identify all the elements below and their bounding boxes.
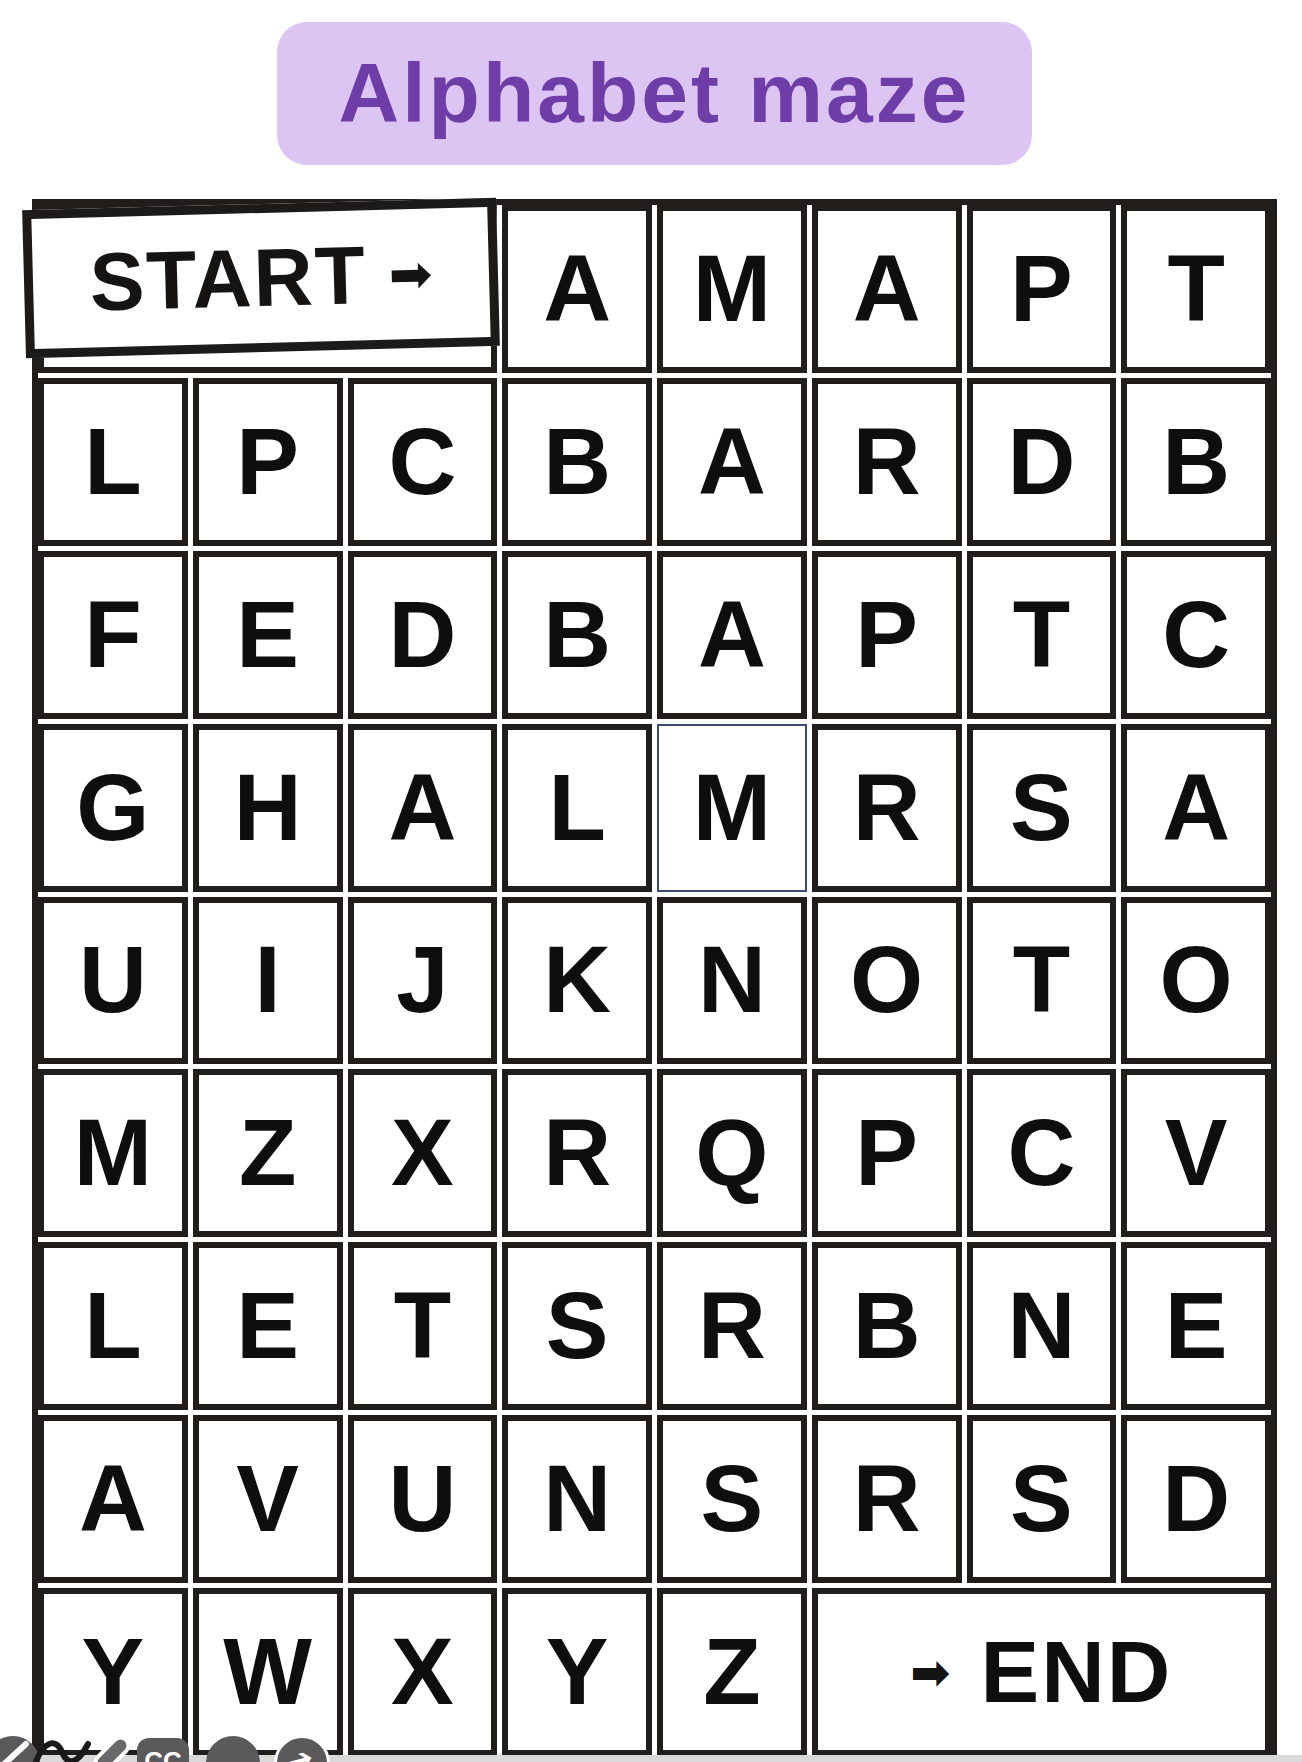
maze-cell-r6c1: M (38, 1069, 188, 1237)
cc-label: CC (144, 1746, 182, 1762)
maze-cell-r7c7: N (967, 1242, 1117, 1410)
start-arrow-icon: ➡ (388, 244, 433, 305)
maze-cell-r8c1: A (38, 1415, 188, 1583)
bottom-edge-strip (0, 1755, 1302, 1762)
maze-cell-r8c2: V (193, 1415, 343, 1583)
maze-cell-r7c6: B (812, 1242, 962, 1410)
maze-grid: AMAPTLPCBARDBFEDBAPTCGHALMRSAUIJKNOTOMZX… (32, 199, 1277, 1762)
maze-cell-r9c5: Z (657, 1588, 807, 1756)
maze-cell-r2c2: P (193, 378, 343, 546)
maze-cell-r4c3: A (348, 724, 498, 892)
maze-cell-r5c4: K (502, 897, 652, 1065)
maze-cell-r3c3: D (348, 551, 498, 719)
maze-cell-r2c8: B (1121, 378, 1271, 546)
page-title: Alphabet maze (339, 45, 971, 142)
more-icon: ••• (216, 1755, 249, 1762)
maze-cell-r1c8: T (1121, 205, 1271, 373)
maze-cell-r1c7: P (967, 205, 1117, 373)
maze-cell-r8c5: S (657, 1415, 807, 1583)
maze-cell-r2c6: R (812, 378, 962, 546)
maze-cell-r6c8: V (1121, 1069, 1271, 1237)
maze-cell-r2c5: A (657, 378, 807, 546)
maze-cell-r7c2: E (193, 1242, 343, 1410)
maze-cell-r6c7: C (967, 1069, 1117, 1237)
maze-cell-r2c7: D (967, 378, 1117, 546)
maze-cell-r7c8: E (1121, 1242, 1271, 1410)
maze-cell-r2c1: L (38, 378, 188, 546)
start-label: START (88, 228, 368, 329)
maze-cell-r5c1: U (38, 897, 188, 1065)
maze-cell-r1c5: M (657, 205, 807, 373)
maze-cell-r4c7: S (967, 724, 1117, 892)
maze-cell-r8c6: R (812, 1415, 962, 1583)
maze-cell-r4c6: R (812, 724, 962, 892)
maze-cell-r3c5: A (657, 551, 807, 719)
maze-cell-r5c8: O (1121, 897, 1271, 1065)
maze-cell-r5c2: I (193, 897, 343, 1065)
maze-cell-r3c2: E (193, 551, 343, 719)
maze-cell-r3c7: T (967, 551, 1117, 719)
cc-license-badge[interactable]: CC (137, 1738, 189, 1762)
end-label: END (981, 1628, 1173, 1716)
share-arrow-icon: ➔ (284, 1739, 317, 1762)
maze-cell-r3c1: F (38, 551, 188, 719)
maze-cell-r7c1: L (38, 1242, 188, 1410)
end-arrow-icon: ➡ (910, 1648, 950, 1696)
maze-cell-r9c3: X (348, 1588, 498, 1756)
maze-cell-r8c4: N (502, 1415, 652, 1583)
maze-cell-r2c4: B (502, 378, 652, 546)
maze-cell-r5c5: N (657, 897, 807, 1065)
maze-cell-r5c7: T (967, 897, 1117, 1065)
maze-cell-r8c8: D (1121, 1415, 1271, 1583)
maze-cell-r1c4: A (502, 205, 652, 373)
maze-cell-r9c2: W (193, 1588, 343, 1756)
maze-cell-r4c2: H (193, 724, 343, 892)
maze-cell-r4c8: A (1121, 724, 1271, 892)
maze-cell-r3c8: C (1121, 551, 1271, 719)
pencil-icon[interactable] (84, 1728, 140, 1762)
maze-cell-r9c4: Y (502, 1588, 652, 1756)
maze-cell-r4c5: M (657, 724, 807, 892)
maze-cell-r6c5: Q (657, 1069, 807, 1237)
maze-cell-r3c4: B (502, 551, 652, 719)
maze-cell-r3c6: P (812, 551, 962, 719)
maze-cell-r7c3: T (348, 1242, 498, 1410)
maze-cell-r1c6: A (812, 205, 962, 373)
maze-cell-r5c6: O (812, 897, 962, 1065)
maze-cell-r6c4: R (502, 1069, 652, 1237)
maze-cell-r7c4: S (502, 1242, 652, 1410)
maze-cell-r4c1: G (38, 724, 188, 892)
maze-cell-r6c6: P (812, 1069, 962, 1237)
maze-cell-r8c7: S (967, 1415, 1117, 1583)
maze-cell-r2c3: C (348, 378, 498, 546)
end-cell: ➡END (812, 1588, 1271, 1756)
maze-cell-r5c3: J (348, 897, 498, 1065)
maze-cell-r4c4: L (502, 724, 652, 892)
title-badge: Alphabet maze (277, 22, 1032, 165)
maze-cell-r6c3: X (348, 1069, 498, 1237)
maze-cell-r6c2: Z (193, 1069, 343, 1237)
maze-cell-r8c3: U (348, 1415, 498, 1583)
maze-cell-r7c5: R (657, 1242, 807, 1410)
start-box: START ➡ (22, 198, 500, 358)
worksheet-page: Alphabet maze AMAPTLPCBARDBFEDBAPTCGHALM… (0, 0, 1302, 1762)
